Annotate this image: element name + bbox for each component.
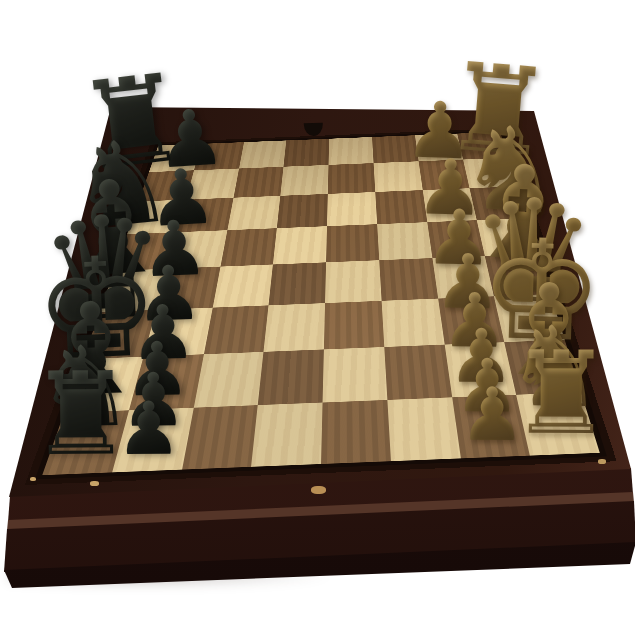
square-h5 [251,403,322,467]
square-b4 [328,163,375,194]
square-b1 [463,158,517,189]
square-f2 [438,296,505,344]
frame-chip [598,459,606,464]
square-d1 [477,218,538,256]
square-d2 [427,220,485,258]
square-h4 [321,400,391,464]
square-d6 [220,228,277,266]
photo-caption: Angled overhead product photo of a vinta… [0,0,1,1]
square-c5 [277,194,328,228]
square-d5 [273,226,327,264]
square-g3 [384,345,452,400]
square-g4 [323,347,388,403]
square-b5 [280,165,328,196]
square-d7 [167,230,227,269]
square-c7 [177,198,233,233]
square-a7 [194,142,244,170]
square-f7 [143,308,212,357]
square-f3 [381,299,444,347]
square-a8 [149,144,201,172]
square-d4 [326,224,379,262]
square-e3 [379,258,438,301]
frame-chip [90,481,99,486]
square-c3 [375,190,427,224]
square-b7 [186,169,239,200]
square-a2 [415,134,464,162]
square-e2 [432,256,494,299]
square-b2 [418,159,469,190]
square-g5 [258,349,324,405]
square-d3 [377,222,432,260]
square-a1 [457,132,508,160]
square-a3 [372,135,418,163]
square-e4 [325,260,381,303]
frame-chip [311,486,326,494]
square-b3 [373,161,422,192]
square-b6 [233,167,283,198]
square-g6 [193,352,263,408]
square-a4 [329,137,374,165]
square-c2 [422,188,477,222]
square-f5 [264,303,325,352]
square-e5 [269,262,326,305]
square-c6 [227,196,280,230]
square-a6 [239,140,287,168]
chess-set-photo: Angled overhead product photo of a vinta… [0,0,635,640]
frame-chip [30,477,36,481]
square-c1 [470,186,527,220]
square-f6 [203,305,268,354]
square-h6 [182,405,258,469]
square-f4 [324,301,384,350]
square-h3 [387,397,460,461]
square-c4 [327,192,377,226]
square-e6 [212,264,273,307]
square-a5 [284,139,330,167]
